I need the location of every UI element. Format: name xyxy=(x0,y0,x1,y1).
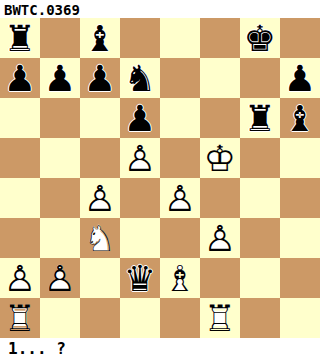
square-b5[interactable] xyxy=(40,138,80,178)
square-d3[interactable] xyxy=(120,218,160,258)
square-d6[interactable]: ♟ xyxy=(120,98,160,138)
piece-white-pawn-outline: ♙ xyxy=(80,178,120,218)
square-h4[interactable] xyxy=(280,178,320,218)
piece-white-pawn: ♟ xyxy=(160,178,200,218)
piece-white-pawn: ♟ xyxy=(40,258,80,298)
piece-black-knight: ♞ xyxy=(120,58,160,98)
piece-black-rook: ♜ xyxy=(240,98,280,138)
square-e2[interactable]: ♝♗ xyxy=(160,258,200,298)
square-b7[interactable]: ♟ xyxy=(40,58,80,98)
square-c5[interactable] xyxy=(80,138,120,178)
piece-white-king-outline: ♔ xyxy=(200,138,240,178)
piece-black-bishop: ♝ xyxy=(280,98,320,138)
square-e7[interactable] xyxy=(160,58,200,98)
square-b1[interactable] xyxy=(40,298,80,338)
square-d8[interactable] xyxy=(120,18,160,58)
piece-white-pawn-outline: ♙ xyxy=(120,138,160,178)
piece-white-pawn-outline: ♙ xyxy=(0,258,40,298)
piece-white-pawn: ♟ xyxy=(120,138,160,178)
square-g1[interactable] xyxy=(240,298,280,338)
piece-white-pawn: ♟ xyxy=(0,258,40,298)
square-a1[interactable]: ♜♖ xyxy=(0,298,40,338)
square-a3[interactable] xyxy=(0,218,40,258)
piece-white-knight: ♞ xyxy=(80,218,120,258)
square-a5[interactable] xyxy=(0,138,40,178)
piece-black-pawn: ♟ xyxy=(280,58,320,98)
piece-black-pawn: ♟ xyxy=(40,58,80,98)
square-g5[interactable] xyxy=(240,138,280,178)
square-g7[interactable] xyxy=(240,58,280,98)
square-h8[interactable] xyxy=(280,18,320,58)
square-e4[interactable]: ♟♙ xyxy=(160,178,200,218)
square-e6[interactable] xyxy=(160,98,200,138)
square-g8[interactable]: ♚ xyxy=(240,18,280,58)
square-f3[interactable]: ♟♙ xyxy=(200,218,240,258)
square-c2[interactable] xyxy=(80,258,120,298)
piece-black-pawn: ♟ xyxy=(120,98,160,138)
square-a6[interactable] xyxy=(0,98,40,138)
piece-white-pawn-outline: ♙ xyxy=(40,258,80,298)
square-a7[interactable]: ♟ xyxy=(0,58,40,98)
square-c7[interactable]: ♟ xyxy=(80,58,120,98)
square-d7[interactable]: ♞ xyxy=(120,58,160,98)
square-f7[interactable] xyxy=(200,58,240,98)
square-g6[interactable]: ♜ xyxy=(240,98,280,138)
square-a4[interactable] xyxy=(0,178,40,218)
square-e8[interactable] xyxy=(160,18,200,58)
puzzle-id: BWTC.0369 xyxy=(0,2,80,19)
square-b2[interactable]: ♟♙ xyxy=(40,258,80,298)
square-f8[interactable] xyxy=(200,18,240,58)
square-b4[interactable] xyxy=(40,178,80,218)
square-b3[interactable] xyxy=(40,218,80,258)
piece-white-pawn-outline: ♙ xyxy=(200,218,240,258)
piece-white-bishop: ♝ xyxy=(160,258,200,298)
piece-black-bishop: ♝ xyxy=(80,18,120,58)
piece-white-pawn-outline: ♙ xyxy=(160,178,200,218)
square-b8[interactable] xyxy=(40,18,80,58)
piece-black-pawn: ♟ xyxy=(0,58,40,98)
piece-black-pawn: ♟ xyxy=(80,58,120,98)
header-bar: BWTC.0369 xyxy=(0,0,320,18)
piece-white-pawn: ♟ xyxy=(80,178,120,218)
footer-bar: 1... ? xyxy=(0,338,320,360)
square-h2[interactable] xyxy=(280,258,320,298)
piece-black-queen: ♛ xyxy=(120,258,160,298)
piece-white-king: ♚ xyxy=(200,138,240,178)
square-e1[interactable] xyxy=(160,298,200,338)
piece-white-rook: ♜ xyxy=(200,298,240,338)
square-g4[interactable] xyxy=(240,178,280,218)
square-g3[interactable] xyxy=(240,218,280,258)
square-f5[interactable]: ♚♔ xyxy=(200,138,240,178)
square-f1[interactable]: ♜♖ xyxy=(200,298,240,338)
square-f4[interactable] xyxy=(200,178,240,218)
chess-board: ♜♝♚♟♟♟♞♟♟♜♝♟♙♚♔♟♙♟♙♞♘♟♙♟♙♟♙♛♝♗♜♖♜♖ xyxy=(0,18,320,338)
piece-white-rook-outline: ♖ xyxy=(0,298,40,338)
piece-black-king: ♚ xyxy=(240,18,280,58)
square-h1[interactable] xyxy=(280,298,320,338)
piece-white-rook: ♜ xyxy=(0,298,40,338)
square-h3[interactable] xyxy=(280,218,320,258)
square-d1[interactable] xyxy=(120,298,160,338)
square-g2[interactable] xyxy=(240,258,280,298)
piece-white-bishop-outline: ♗ xyxy=(160,258,200,298)
square-c3[interactable]: ♞♘ xyxy=(80,218,120,258)
square-h5[interactable] xyxy=(280,138,320,178)
square-d4[interactable] xyxy=(120,178,160,218)
square-f2[interactable] xyxy=(200,258,240,298)
square-c4[interactable]: ♟♙ xyxy=(80,178,120,218)
square-c1[interactable] xyxy=(80,298,120,338)
square-h7[interactable]: ♟ xyxy=(280,58,320,98)
square-e3[interactable] xyxy=(160,218,200,258)
square-b6[interactable] xyxy=(40,98,80,138)
piece-white-knight-outline: ♘ xyxy=(80,218,120,258)
square-a2[interactable]: ♟♙ xyxy=(0,258,40,298)
square-d5[interactable]: ♟♙ xyxy=(120,138,160,178)
square-d2[interactable]: ♛ xyxy=(120,258,160,298)
move-prompt: 1... ? xyxy=(0,338,66,360)
square-h6[interactable]: ♝ xyxy=(280,98,320,138)
piece-white-rook-outline: ♖ xyxy=(200,298,240,338)
square-c8[interactable]: ♝ xyxy=(80,18,120,58)
piece-black-rook: ♜ xyxy=(0,18,40,58)
piece-white-pawn: ♟ xyxy=(200,218,240,258)
chess-puzzle-window: BWTC.0369 ♜♝♚♟♟♟♞♟♟♜♝♟♙♚♔♟♙♟♙♞♘♟♙♟♙♟♙♛♝♗… xyxy=(0,0,320,360)
square-c6[interactable] xyxy=(80,98,120,138)
square-f6[interactable] xyxy=(200,98,240,138)
square-a8[interactable]: ♜ xyxy=(0,18,40,58)
square-e5[interactable] xyxy=(160,138,200,178)
